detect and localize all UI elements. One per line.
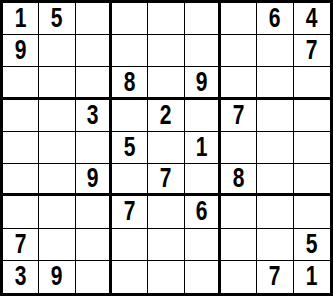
given-digit: 8 (124, 69, 136, 96)
given-digit: 1 (306, 263, 318, 290)
cell-r5c9[interactable] (294, 132, 330, 164)
cell-r6c9[interactable] (294, 164, 330, 196)
cell-r1c6[interactable] (185, 3, 221, 35)
given-digit: 6 (195, 198, 207, 225)
given-digit: 7 (124, 198, 136, 225)
cell-r4c4[interactable] (112, 100, 148, 132)
given-digit: 7 (269, 263, 281, 290)
cell-r5c7[interactable] (221, 132, 257, 164)
cell-r9c8[interactable]: 7 (257, 261, 293, 293)
cell-r8c9[interactable]: 5 (294, 229, 330, 261)
cell-r8c7[interactable] (221, 229, 257, 261)
cell-r8c3[interactable] (76, 229, 112, 261)
given-digit: 4 (306, 5, 318, 32)
cell-r9c9[interactable]: 1 (294, 261, 330, 293)
cell-r4c7[interactable]: 7 (221, 100, 257, 132)
cell-r4c2[interactable] (39, 100, 75, 132)
given-digit: 7 (160, 165, 172, 192)
cell-r7c5[interactable] (148, 196, 184, 228)
cell-r2c4[interactable] (112, 35, 148, 67)
cell-r2c3[interactable] (76, 35, 112, 67)
cell-r6c4[interactable] (112, 164, 148, 196)
given-digit: 3 (86, 102, 98, 129)
given-digit: 9 (195, 69, 207, 96)
cell-r1c9[interactable]: 4 (294, 3, 330, 35)
cell-r1c1[interactable]: 1 (3, 3, 39, 35)
cell-r5c1[interactable] (3, 132, 39, 164)
cell-r1c4[interactable] (112, 3, 148, 35)
cell-r5c6[interactable]: 1 (185, 132, 221, 164)
cell-r1c8[interactable]: 6 (257, 3, 293, 35)
cell-r7c3[interactable] (76, 196, 112, 228)
cell-r9c4[interactable] (112, 261, 148, 293)
cell-r7c2[interactable] (39, 196, 75, 228)
given-digit: 5 (124, 134, 136, 161)
cell-r1c5[interactable] (148, 3, 184, 35)
cell-r2c2[interactable] (39, 35, 75, 67)
cell-r9c7[interactable] (221, 261, 257, 293)
cell-r6c2[interactable] (39, 164, 75, 196)
cell-r9c6[interactable] (185, 261, 221, 293)
cell-r3c7[interactable] (221, 67, 257, 99)
cell-r3c6[interactable]: 9 (185, 67, 221, 99)
cell-r4c8[interactable] (257, 100, 293, 132)
given-digit: 7 (233, 102, 245, 129)
cell-r8c5[interactable] (148, 229, 184, 261)
cell-r4c3[interactable]: 3 (76, 100, 112, 132)
cell-r8c1[interactable]: 7 (3, 229, 39, 261)
cell-r6c3[interactable]: 9 (76, 164, 112, 196)
cell-r3c5[interactable] (148, 67, 184, 99)
cell-r4c5[interactable]: 2 (148, 100, 184, 132)
cell-r1c2[interactable]: 5 (39, 3, 75, 35)
cell-r2c1[interactable]: 9 (3, 35, 39, 67)
cell-r7c4[interactable]: 7 (112, 196, 148, 228)
cell-r7c6[interactable]: 6 (185, 196, 221, 228)
cell-r2c6[interactable] (185, 35, 221, 67)
cell-r2c8[interactable] (257, 35, 293, 67)
cell-r9c2[interactable]: 9 (39, 261, 75, 293)
given-digit: 1 (15, 5, 27, 32)
cell-r3c2[interactable] (39, 67, 75, 99)
cell-r8c4[interactable] (112, 229, 148, 261)
cell-r3c8[interactable] (257, 67, 293, 99)
cell-r5c3[interactable] (76, 132, 112, 164)
sudoku-board: 156497893275197876753971 (0, 0, 333, 296)
cell-r4c1[interactable] (3, 100, 39, 132)
cell-r2c5[interactable] (148, 35, 184, 67)
given-digit: 7 (306, 37, 318, 64)
cell-r2c7[interactable] (221, 35, 257, 67)
given-digit: 8 (233, 165, 245, 192)
cell-r2c9[interactable]: 7 (294, 35, 330, 67)
cell-r8c8[interactable] (257, 229, 293, 261)
cell-r9c5[interactable] (148, 261, 184, 293)
cell-r7c7[interactable] (221, 196, 257, 228)
cell-r7c1[interactable] (3, 196, 39, 228)
cell-r3c4[interactable]: 8 (112, 67, 148, 99)
cell-r8c2[interactable] (39, 229, 75, 261)
cell-r8c6[interactable] (185, 229, 221, 261)
cell-r3c3[interactable] (76, 67, 112, 99)
cell-r5c4[interactable]: 5 (112, 132, 148, 164)
given-digit: 3 (15, 263, 27, 290)
cell-r1c3[interactable] (76, 3, 112, 35)
cell-r7c8[interactable] (257, 196, 293, 228)
cell-r5c8[interactable] (257, 132, 293, 164)
given-digit: 5 (306, 231, 318, 258)
cell-r9c3[interactable] (76, 261, 112, 293)
cell-r3c1[interactable] (3, 67, 39, 99)
given-digit: 2 (160, 102, 172, 129)
cell-r6c1[interactable] (3, 164, 39, 196)
given-digit: 9 (86, 165, 98, 192)
given-digit: 1 (195, 134, 207, 161)
given-digit: 5 (51, 5, 63, 32)
given-digit: 9 (51, 263, 63, 290)
cell-r1c7[interactable] (221, 3, 257, 35)
cell-r5c2[interactable] (39, 132, 75, 164)
cell-r7c9[interactable] (294, 196, 330, 228)
given-digit: 9 (15, 37, 27, 64)
given-digit: 6 (269, 5, 281, 32)
cell-r6c5[interactable]: 7 (148, 164, 184, 196)
cell-r3c9[interactable] (294, 67, 330, 99)
cell-r9c1[interactable]: 3 (3, 261, 39, 293)
cell-r4c6[interactable] (185, 100, 221, 132)
cell-r6c7[interactable]: 8 (221, 164, 257, 196)
cell-r6c6[interactable] (185, 164, 221, 196)
cell-r5c5[interactable] (148, 132, 184, 164)
cell-r6c8[interactable] (257, 164, 293, 196)
cell-r4c9[interactable] (294, 100, 330, 132)
given-digit: 7 (15, 231, 27, 258)
